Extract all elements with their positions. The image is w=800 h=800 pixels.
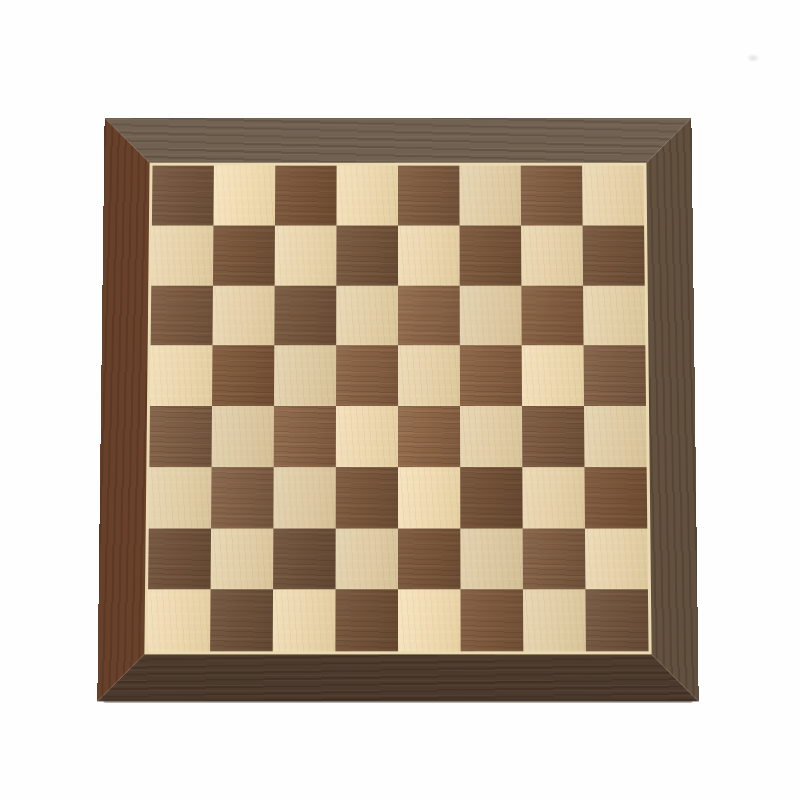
chess-board (97, 118, 698, 702)
square-g4[interactable] (522, 406, 584, 467)
square-g7[interactable] (521, 225, 583, 285)
square-h8[interactable] (582, 166, 644, 226)
square-e5[interactable] (398, 345, 460, 406)
square-a3[interactable] (149, 467, 212, 528)
square-b6[interactable] (212, 285, 274, 345)
square-a8[interactable] (152, 166, 214, 226)
square-d1[interactable] (335, 590, 398, 652)
square-g1[interactable] (523, 590, 586, 652)
square-h6[interactable] (583, 285, 645, 345)
square-f8[interactable] (459, 166, 521, 226)
square-b2[interactable] (211, 528, 274, 589)
square-b7[interactable] (213, 225, 275, 285)
square-h1[interactable] (585, 590, 648, 652)
square-c6[interactable] (274, 285, 336, 345)
square-g2[interactable] (523, 528, 586, 589)
square-c5[interactable] (274, 345, 336, 406)
square-h5[interactable] (584, 345, 646, 406)
dust-speck (744, 52, 762, 64)
square-b5[interactable] (212, 345, 274, 406)
square-d5[interactable] (336, 345, 398, 406)
square-d2[interactable] (336, 528, 398, 589)
square-f6[interactable] (460, 285, 522, 345)
square-e2[interactable] (398, 528, 460, 589)
square-d4[interactable] (336, 406, 398, 467)
square-g3[interactable] (522, 467, 585, 528)
square-e8[interactable] (398, 166, 460, 226)
square-e7[interactable] (398, 225, 460, 285)
square-h2[interactable] (585, 528, 648, 589)
square-a6[interactable] (151, 285, 213, 345)
photo-background (0, 0, 800, 800)
square-d8[interactable] (336, 166, 398, 226)
square-g5[interactable] (522, 345, 584, 406)
square-e4[interactable] (398, 406, 460, 467)
square-a2[interactable] (148, 528, 211, 589)
square-d6[interactable] (336, 285, 398, 345)
square-a1[interactable] (147, 590, 210, 652)
square-c7[interactable] (275, 225, 337, 285)
square-b3[interactable] (211, 467, 274, 528)
square-f1[interactable] (460, 590, 523, 652)
square-f2[interactable] (460, 528, 523, 589)
square-c1[interactable] (273, 590, 336, 652)
square-e1[interactable] (398, 590, 461, 652)
square-d3[interactable] (336, 467, 398, 528)
square-g6[interactable] (521, 285, 583, 345)
square-b8[interactable] (213, 166, 275, 226)
board-surface (144, 163, 651, 655)
square-f5[interactable] (460, 345, 522, 406)
square-e6[interactable] (398, 285, 460, 345)
square-f3[interactable] (460, 467, 522, 528)
square-c3[interactable] (273, 467, 335, 528)
square-h4[interactable] (584, 406, 647, 467)
square-d7[interactable] (336, 225, 398, 285)
square-h7[interactable] (583, 225, 645, 285)
square-a5[interactable] (150, 345, 212, 406)
square-a4[interactable] (149, 406, 212, 467)
square-e3[interactable] (398, 467, 460, 528)
square-c2[interactable] (273, 528, 336, 589)
square-h3[interactable] (584, 467, 647, 528)
square-f4[interactable] (460, 406, 522, 467)
square-c8[interactable] (275, 166, 337, 226)
square-c4[interactable] (274, 406, 336, 467)
square-g8[interactable] (521, 166, 583, 226)
square-b4[interactable] (212, 406, 274, 467)
square-b1[interactable] (210, 590, 273, 652)
square-f7[interactable] (460, 225, 522, 285)
square-a7[interactable] (151, 225, 213, 285)
board-grid (147, 166, 648, 652)
